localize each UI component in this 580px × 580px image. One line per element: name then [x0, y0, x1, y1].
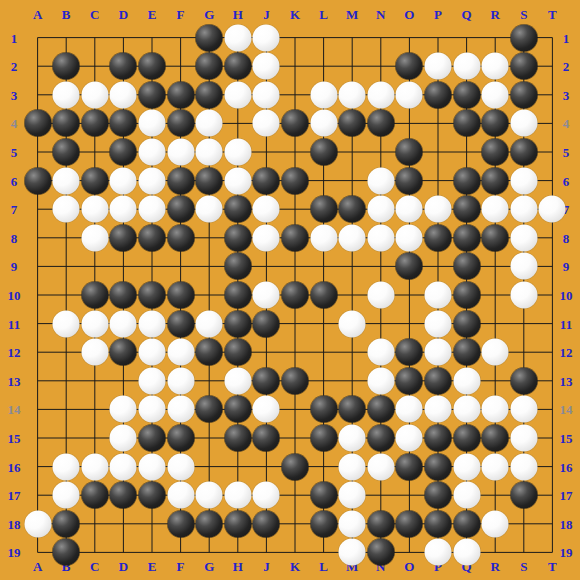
black-stone-F11[interactable]	[167, 310, 194, 337]
black-stone-J11[interactable]	[253, 310, 280, 337]
black-stone-S17[interactable]	[510, 482, 537, 509]
black-stone-N18[interactable]	[367, 510, 394, 537]
black-stone-H14[interactable]	[224, 396, 251, 423]
col-label-bottom-K: K	[290, 560, 300, 573]
black-stone-P3[interactable]	[425, 81, 452, 108]
black-stone-H15[interactable]	[224, 425, 251, 452]
black-stone-L7[interactable]	[310, 196, 337, 223]
col-label-bottom-T: T	[548, 560, 557, 573]
black-stone-O13[interactable]	[396, 367, 423, 394]
black-stone-A6[interactable]	[24, 167, 51, 194]
col-label-bottom-G: G	[204, 560, 214, 573]
white-stone-D11[interactable]	[110, 310, 137, 337]
col-label-top-A: A	[33, 8, 42, 21]
white-stone-B7[interactable]	[53, 196, 80, 223]
black-stone-B2[interactable]	[53, 53, 80, 80]
row-label-left-19: 19	[8, 546, 21, 559]
col-label-top-R: R	[490, 8, 499, 21]
black-stone-P13[interactable]	[425, 367, 452, 394]
row-label-right-19: 19	[560, 546, 573, 559]
white-stone-F12[interactable]	[167, 339, 194, 366]
row-label-right-3: 3	[563, 88, 570, 101]
black-stone-G1[interactable]	[196, 24, 223, 51]
row-label-right-9: 9	[563, 260, 570, 273]
row-label-left-16: 16	[8, 460, 21, 473]
black-stone-H10[interactable]	[224, 282, 251, 309]
white-stone-R7[interactable]	[482, 196, 509, 223]
col-label-top-F: F	[177, 8, 185, 21]
white-stone-L3[interactable]	[310, 81, 337, 108]
row-label-left-8: 8	[11, 231, 18, 244]
black-stone-R15[interactable]	[482, 425, 509, 452]
black-stone-E10[interactable]	[139, 282, 166, 309]
black-stone-K16[interactable]	[282, 453, 309, 480]
black-stone-H9[interactable]	[224, 253, 251, 280]
white-stone-P19[interactable]	[425, 539, 452, 566]
black-stone-H11[interactable]	[224, 310, 251, 337]
black-stone-N14[interactable]	[367, 396, 394, 423]
black-stone-F3[interactable]	[167, 81, 194, 108]
col-label-top-E: E	[148, 8, 157, 21]
black-stone-S2[interactable]	[510, 53, 537, 80]
black-stone-M14[interactable]	[339, 396, 366, 423]
white-stone-R14[interactable]	[482, 396, 509, 423]
white-stone-Q19[interactable]	[453, 539, 480, 566]
black-stone-K6[interactable]	[282, 167, 309, 194]
black-stone-L17[interactable]	[310, 482, 337, 509]
white-stone-F17[interactable]	[167, 482, 194, 509]
row-label-right-6: 6	[563, 174, 570, 187]
col-label-top-P: P	[434, 8, 442, 21]
white-stone-B6[interactable]	[53, 167, 80, 194]
black-stone-Q11[interactable]	[453, 310, 480, 337]
black-stone-K4[interactable]	[282, 110, 309, 137]
black-stone-O12[interactable]	[396, 339, 423, 366]
row-label-right-11: 11	[560, 317, 572, 330]
row-label-left-4: 4	[11, 117, 18, 130]
white-stone-H3[interactable]	[224, 81, 251, 108]
black-stone-O6[interactable]	[396, 167, 423, 194]
row-label-left-12: 12	[8, 346, 21, 359]
black-stone-P16[interactable]	[425, 453, 452, 480]
black-stone-G14[interactable]	[196, 396, 223, 423]
row-label-right-17: 17	[560, 489, 573, 502]
black-stone-E15[interactable]	[139, 425, 166, 452]
white-stone-D15[interactable]	[110, 425, 137, 452]
black-stone-S5[interactable]	[510, 139, 537, 166]
black-stone-K8[interactable]	[282, 224, 309, 251]
row-label-left-5: 5	[11, 146, 18, 159]
black-stone-G18[interactable]	[196, 510, 223, 537]
white-stone-G17[interactable]	[196, 482, 223, 509]
white-stone-F16[interactable]	[167, 453, 194, 480]
white-stone-N3[interactable]	[367, 81, 394, 108]
black-stone-Q12[interactable]	[453, 339, 480, 366]
black-stone-R4[interactable]	[482, 110, 509, 137]
black-stone-J15[interactable]	[253, 425, 280, 452]
white-stone-H6[interactable]	[224, 167, 251, 194]
black-stone-Q15[interactable]	[453, 425, 480, 452]
black-stone-C6[interactable]	[81, 167, 108, 194]
white-stone-Q13[interactable]	[453, 367, 480, 394]
black-stone-F10[interactable]	[167, 282, 194, 309]
col-label-bottom-E: E	[148, 560, 157, 573]
black-stone-D10[interactable]	[110, 282, 137, 309]
white-stone-Q14[interactable]	[453, 396, 480, 423]
black-stone-R8[interactable]	[482, 224, 509, 251]
black-stone-Q7[interactable]	[453, 196, 480, 223]
white-stone-S9[interactable]	[510, 253, 537, 280]
col-label-bottom-O: O	[404, 560, 414, 573]
black-stone-N19[interactable]	[367, 539, 394, 566]
col-label-top-K: K	[290, 8, 300, 21]
white-stone-G5[interactable]	[196, 139, 223, 166]
white-stone-C12[interactable]	[81, 339, 108, 366]
black-stone-Q4[interactable]	[453, 110, 480, 137]
white-stone-E6[interactable]	[139, 167, 166, 194]
col-label-top-L: L	[319, 8, 328, 21]
row-label-left-14: 14	[8, 403, 21, 416]
white-stone-R2[interactable]	[482, 53, 509, 80]
black-stone-O18[interactable]	[396, 510, 423, 537]
white-stone-Q16[interactable]	[453, 453, 480, 480]
black-stone-H8[interactable]	[224, 224, 251, 251]
black-stone-O2[interactable]	[396, 53, 423, 80]
white-stone-T7[interactable]	[539, 196, 566, 223]
white-stone-M8[interactable]	[339, 224, 366, 251]
white-stone-Q17[interactable]	[453, 482, 480, 509]
white-stone-G7[interactable]	[196, 196, 223, 223]
white-stone-H1[interactable]	[224, 24, 251, 51]
black-stone-L5[interactable]	[310, 139, 337, 166]
white-stone-J14[interactable]	[253, 396, 280, 423]
white-stone-J4[interactable]	[253, 110, 280, 137]
black-stone-F18[interactable]	[167, 510, 194, 537]
white-stone-L8[interactable]	[310, 224, 337, 251]
white-stone-P12[interactable]	[425, 339, 452, 366]
col-label-top-T: T	[548, 8, 557, 21]
black-stone-R6[interactable]	[482, 167, 509, 194]
white-stone-M19[interactable]	[339, 539, 366, 566]
white-stone-C7[interactable]	[81, 196, 108, 223]
white-stone-J1[interactable]	[253, 24, 280, 51]
black-stone-Q8[interactable]	[453, 224, 480, 251]
white-stone-R12[interactable]	[482, 339, 509, 366]
black-stone-E2[interactable]	[139, 53, 166, 80]
white-stone-J2[interactable]	[253, 53, 280, 80]
black-stone-Q18[interactable]	[453, 510, 480, 537]
white-stone-C3[interactable]	[81, 81, 108, 108]
white-stone-B3[interactable]	[53, 81, 80, 108]
white-stone-S10[interactable]	[510, 282, 537, 309]
white-stone-P11[interactable]	[425, 310, 452, 337]
white-stone-M3[interactable]	[339, 81, 366, 108]
black-stone-D12[interactable]	[110, 339, 137, 366]
black-stone-D4[interactable]	[110, 110, 137, 137]
white-stone-M16[interactable]	[339, 453, 366, 480]
col-label-bottom-D: D	[119, 560, 128, 573]
row-label-right-16: 16	[560, 460, 573, 473]
row-label-right-5: 5	[563, 146, 570, 159]
white-stone-E11[interactable]	[139, 310, 166, 337]
col-label-top-J: J	[263, 8, 270, 21]
white-stone-N10[interactable]	[367, 282, 394, 309]
white-stone-P10[interactable]	[425, 282, 452, 309]
white-stone-J3[interactable]	[253, 81, 280, 108]
col-label-bottom-L: L	[319, 560, 328, 573]
row-label-left-17: 17	[8, 489, 21, 502]
white-stone-R16[interactable]	[482, 453, 509, 480]
black-stone-J6[interactable]	[253, 167, 280, 194]
white-stone-D14[interactable]	[110, 396, 137, 423]
row-label-left-10: 10	[8, 289, 21, 302]
row-label-right-13: 13	[560, 374, 573, 387]
row-label-right-15: 15	[560, 432, 573, 445]
col-label-bottom-H: H	[233, 560, 243, 573]
row-label-right-8: 8	[563, 231, 570, 244]
black-stone-H18[interactable]	[224, 510, 251, 537]
white-stone-H17[interactable]	[224, 482, 251, 509]
white-stone-E5[interactable]	[139, 139, 166, 166]
white-stone-N6[interactable]	[367, 167, 394, 194]
white-stone-S6[interactable]	[510, 167, 537, 194]
row-label-right-4: 4	[563, 117, 570, 130]
white-stone-N12[interactable]	[367, 339, 394, 366]
black-stone-E17[interactable]	[139, 482, 166, 509]
black-stone-M4[interactable]	[339, 110, 366, 137]
white-stone-E12[interactable]	[139, 339, 166, 366]
row-label-left-13: 13	[8, 374, 21, 387]
black-stone-Q10[interactable]	[453, 282, 480, 309]
black-stone-D8[interactable]	[110, 224, 137, 251]
row-label-left-2: 2	[11, 60, 18, 73]
white-stone-P2[interactable]	[425, 53, 452, 80]
col-label-top-H: H	[233, 8, 243, 21]
black-stone-C4[interactable]	[81, 110, 108, 137]
white-stone-S8[interactable]	[510, 224, 537, 251]
white-stone-B11[interactable]	[53, 310, 80, 337]
white-stone-D16[interactable]	[110, 453, 137, 480]
black-stone-P15[interactable]	[425, 425, 452, 452]
white-stone-S4[interactable]	[510, 110, 537, 137]
white-stone-O15[interactable]	[396, 425, 423, 452]
black-stone-O9[interactable]	[396, 253, 423, 280]
white-stone-G4[interactable]	[196, 110, 223, 137]
white-stone-F13[interactable]	[167, 367, 194, 394]
black-stone-P17[interactable]	[425, 482, 452, 509]
white-stone-D3[interactable]	[110, 81, 137, 108]
black-stone-Q3[interactable]	[453, 81, 480, 108]
black-stone-K10[interactable]	[282, 282, 309, 309]
white-stone-N16[interactable]	[367, 453, 394, 480]
black-stone-F4[interactable]	[167, 110, 194, 137]
black-stone-B4[interactable]	[53, 110, 80, 137]
white-stone-B17[interactable]	[53, 482, 80, 509]
black-stone-H2[interactable]	[224, 53, 251, 80]
white-stone-H13[interactable]	[224, 367, 251, 394]
white-stone-M18[interactable]	[339, 510, 366, 537]
row-label-right-14: 14	[560, 403, 573, 416]
white-stone-H5[interactable]	[224, 139, 251, 166]
row-label-right-2: 2	[563, 60, 570, 73]
row-label-left-3: 3	[11, 88, 18, 101]
black-stone-O5[interactable]	[396, 139, 423, 166]
black-stone-J13[interactable]	[253, 367, 280, 394]
col-label-top-M: M	[346, 8, 358, 21]
white-stone-N13[interactable]	[367, 367, 394, 394]
black-stone-P18[interactable]	[425, 510, 452, 537]
black-stone-F8[interactable]	[167, 224, 194, 251]
white-stone-P7[interactable]	[425, 196, 452, 223]
col-label-top-D: D	[119, 8, 128, 21]
white-stone-O14[interactable]	[396, 396, 423, 423]
black-stone-S1[interactable]	[510, 24, 537, 51]
white-stone-E13[interactable]	[139, 367, 166, 394]
black-stone-M7[interactable]	[339, 196, 366, 223]
white-stone-M15[interactable]	[339, 425, 366, 452]
white-stone-Q2[interactable]	[453, 53, 480, 80]
white-stone-M17[interactable]	[339, 482, 366, 509]
white-stone-D6[interactable]	[110, 167, 137, 194]
white-stone-F14[interactable]	[167, 396, 194, 423]
black-stone-E3[interactable]	[139, 81, 166, 108]
col-label-top-B: B	[62, 8, 71, 21]
white-stone-N7[interactable]	[367, 196, 394, 223]
row-label-left-6: 6	[11, 174, 18, 187]
white-stone-J7[interactable]	[253, 196, 280, 223]
col-label-top-G: G	[204, 8, 214, 21]
black-stone-L14[interactable]	[310, 396, 337, 423]
row-label-left-7: 7	[11, 203, 18, 216]
black-stone-S13[interactable]	[510, 367, 537, 394]
black-stone-B18[interactable]	[53, 510, 80, 537]
row-label-left-11: 11	[8, 317, 20, 330]
black-stone-S3[interactable]	[510, 81, 537, 108]
white-stone-D7[interactable]	[110, 196, 137, 223]
white-stone-P14[interactable]	[425, 396, 452, 423]
col-label-bottom-J: J	[263, 560, 270, 573]
row-label-right-18: 18	[560, 517, 573, 530]
row-label-left-1: 1	[11, 31, 18, 44]
black-stone-G2[interactable]	[196, 53, 223, 80]
white-stone-J10[interactable]	[253, 282, 280, 309]
white-stone-A18[interactable]	[24, 510, 51, 537]
white-stone-C11[interactable]	[81, 310, 108, 337]
white-stone-E4[interactable]	[139, 110, 166, 137]
black-stone-D5[interactable]	[110, 139, 137, 166]
black-stone-N4[interactable]	[367, 110, 394, 137]
black-stone-O16[interactable]	[396, 453, 423, 480]
white-stone-C16[interactable]	[81, 453, 108, 480]
white-stone-J8[interactable]	[253, 224, 280, 251]
black-stone-C17[interactable]	[81, 482, 108, 509]
white-stone-O7[interactable]	[396, 196, 423, 223]
white-stone-L4[interactable]	[310, 110, 337, 137]
black-stone-R5[interactable]	[482, 139, 509, 166]
black-stone-D17[interactable]	[110, 482, 137, 509]
white-stone-S16[interactable]	[510, 453, 537, 480]
black-stone-P8[interactable]	[425, 224, 452, 251]
black-stone-F6[interactable]	[167, 167, 194, 194]
white-stone-F5[interactable]	[167, 139, 194, 166]
white-stone-G11[interactable]	[196, 310, 223, 337]
black-stone-G6[interactable]	[196, 167, 223, 194]
row-label-left-15: 15	[8, 432, 21, 445]
go-board: AABBCCDDEEFFGGHHJJKKLLMMNNOOPPQQRRSSTT11…	[0, 0, 580, 580]
white-stone-J17[interactable]	[253, 482, 280, 509]
black-stone-L10[interactable]	[310, 282, 337, 309]
col-label-top-Q: Q	[462, 8, 472, 21]
white-stone-E7[interactable]	[139, 196, 166, 223]
white-stone-R18[interactable]	[482, 510, 509, 537]
col-label-bottom-A: A	[33, 560, 42, 573]
col-label-top-O: O	[404, 8, 414, 21]
white-stone-R3[interactable]	[482, 81, 509, 108]
black-stone-J18[interactable]	[253, 510, 280, 537]
col-label-top-S: S	[520, 8, 527, 21]
black-stone-G12[interactable]	[196, 339, 223, 366]
white-stone-E16[interactable]	[139, 453, 166, 480]
black-stone-L18[interactable]	[310, 510, 337, 537]
col-label-top-C: C	[90, 8, 99, 21]
black-stone-N15[interactable]	[367, 425, 394, 452]
col-label-bottom-S: S	[520, 560, 527, 573]
black-stone-F7[interactable]	[167, 196, 194, 223]
col-label-bottom-R: R	[490, 560, 499, 573]
row-label-right-1: 1	[563, 31, 570, 44]
black-stone-G3[interactable]	[196, 81, 223, 108]
col-label-bottom-C: C	[90, 560, 99, 573]
black-stone-K13[interactable]	[282, 367, 309, 394]
row-label-right-10: 10	[560, 289, 573, 302]
white-stone-O8[interactable]	[396, 224, 423, 251]
black-stone-H7[interactable]	[224, 196, 251, 223]
col-label-bottom-F: F	[177, 560, 185, 573]
black-stone-D2[interactable]	[110, 53, 137, 80]
white-stone-M11[interactable]	[339, 310, 366, 337]
white-stone-S14[interactable]	[510, 396, 537, 423]
white-stone-C8[interactable]	[81, 224, 108, 251]
white-stone-S15[interactable]	[510, 425, 537, 452]
white-stone-O3[interactable]	[396, 81, 423, 108]
white-stone-B16[interactable]	[53, 453, 80, 480]
black-stone-H12[interactable]	[224, 339, 251, 366]
white-stone-N8[interactable]	[367, 224, 394, 251]
col-label-top-N: N	[376, 8, 385, 21]
black-stone-A4[interactable]	[24, 110, 51, 137]
row-label-left-18: 18	[8, 517, 21, 530]
white-stone-E14[interactable]	[139, 396, 166, 423]
black-stone-Q9[interactable]	[453, 253, 480, 280]
black-stone-F15[interactable]	[167, 425, 194, 452]
black-stone-B5[interactable]	[53, 139, 80, 166]
black-stone-C10[interactable]	[81, 282, 108, 309]
white-stone-S7[interactable]	[510, 196, 537, 223]
row-label-left-9: 9	[11, 260, 18, 273]
row-label-right-12: 12	[560, 346, 573, 359]
black-stone-B19[interactable]	[53, 539, 80, 566]
black-stone-L15[interactable]	[310, 425, 337, 452]
black-stone-Q6[interactable]	[453, 167, 480, 194]
black-stone-E8[interactable]	[139, 224, 166, 251]
